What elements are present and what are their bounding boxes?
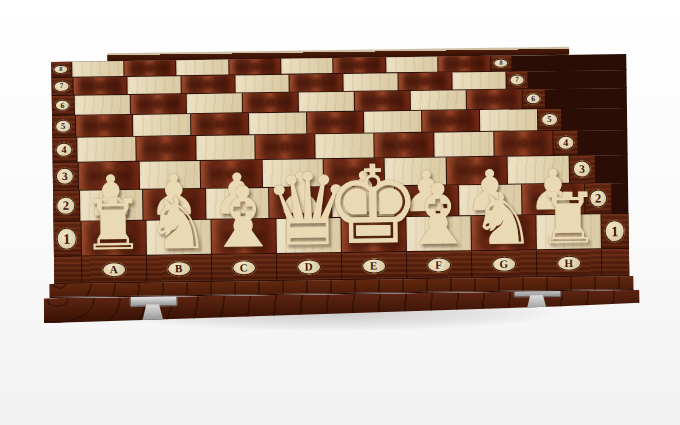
border-corner-right — [601, 249, 628, 275]
square-g1[interactable]: ♞ — [471, 215, 535, 250]
square-g8[interactable] — [386, 57, 438, 73]
square-b4[interactable] — [136, 136, 195, 161]
square-f7[interactable] — [344, 73, 397, 91]
square-h7[interactable] — [452, 72, 505, 90]
file-label-e: E — [341, 252, 405, 279]
rank-label-left-8: 8 — [51, 62, 71, 77]
chess-box: 8877665544332♟♟♟♟♟♟♟♟21♜♞♝♛♚♝♞♜1 ABCDEFG… — [20, 46, 660, 324]
rank-medallion: 8 — [494, 58, 509, 67]
square-h6[interactable] — [466, 89, 521, 109]
square-b7[interactable] — [127, 76, 180, 94]
file-medallion: H — [557, 255, 581, 270]
square-f5[interactable] — [364, 111, 421, 133]
rank-label-right-6: 6 — [522, 89, 544, 108]
file-label-a: A — [81, 256, 145, 283]
square-d6[interactable] — [242, 93, 297, 113]
square-e5[interactable] — [307, 112, 364, 134]
file-medallion: G — [492, 256, 516, 271]
rank-medallion: 1 — [605, 220, 625, 241]
rank-label-left-1: 1 — [53, 222, 80, 256]
file-label-g: G — [471, 250, 535, 277]
square-c5[interactable] — [191, 113, 248, 135]
file-label-f: F — [406, 251, 470, 278]
rank-label-left-5: 5 — [52, 116, 75, 137]
border-corner-left — [53, 257, 80, 283]
square-h5[interactable] — [480, 109, 537, 131]
rank-medallion: 5 — [541, 113, 558, 126]
square-c7[interactable] — [181, 75, 234, 93]
rank-medallion: 4 — [557, 135, 574, 150]
rank-medallion: 7 — [54, 81, 69, 92]
file-medallion: C — [232, 260, 256, 275]
square-c6[interactable] — [186, 93, 241, 113]
square-g5[interactable] — [422, 110, 479, 132]
square-d8[interactable] — [229, 59, 281, 75]
square-a1[interactable]: ♜ — [81, 221, 145, 256]
white-rook-a1[interactable]: ♜ — [81, 196, 145, 254]
square-e8[interactable] — [281, 58, 333, 74]
rank-label-right-8: 8 — [491, 56, 511, 71]
square-g6[interactable] — [410, 90, 465, 110]
rank-medallion: 4 — [55, 142, 72, 157]
square-g4[interactable] — [434, 132, 493, 157]
square-e7[interactable] — [290, 74, 343, 92]
rank-medallion: 3 — [56, 168, 74, 185]
rank-medallion: 6 — [525, 93, 541, 105]
rank-label-left-6: 6 — [51, 96, 73, 115]
rank-label-left-2: 2 — [53, 191, 79, 221]
rank-medallion: 7 — [509, 75, 524, 86]
square-c8[interactable] — [177, 60, 229, 76]
rank-medallion: 8 — [54, 65, 69, 74]
rank-label-right-5: 5 — [538, 109, 561, 130]
square-d7[interactable] — [236, 75, 289, 93]
rank-label-right-7: 7 — [506, 71, 527, 88]
square-g7[interactable] — [398, 72, 451, 90]
file-label-b: B — [146, 255, 210, 282]
square-a4[interactable] — [77, 137, 136, 162]
square-b5[interactable] — [133, 114, 190, 136]
file-label-c: C — [211, 254, 275, 281]
rank-label-right-1: 1 — [601, 214, 628, 248]
file-medallion: F — [427, 257, 451, 272]
square-h4[interactable] — [494, 131, 553, 156]
file-medallion: D — [297, 259, 321, 274]
square-b8[interactable] — [124, 60, 176, 76]
rank-label-right-4: 4 — [554, 131, 578, 155]
file-label-d: D — [276, 253, 340, 280]
square-f1[interactable]: ♝ — [406, 216, 470, 251]
file-medallion: E — [362, 258, 386, 273]
rank-medallion: 1 — [57, 228, 77, 249]
white-rook-h1[interactable]: ♜ — [536, 190, 600, 248]
rank-label-left-4: 4 — [52, 138, 76, 162]
white-knight-b1[interactable]: ♞ — [145, 194, 210, 254]
file-medallion: B — [167, 261, 191, 276]
square-h8[interactable] — [438, 56, 490, 72]
square-a7[interactable] — [73, 77, 126, 95]
square-b6[interactable] — [130, 94, 185, 114]
rank-medallion: 5 — [55, 120, 72, 133]
rank-medallion: 6 — [54, 99, 70, 111]
square-a8[interactable] — [72, 61, 124, 77]
square-h1[interactable]: ♜ — [536, 214, 600, 249]
rank-label-left-7: 7 — [51, 78, 72, 95]
white-knight-g1[interactable]: ♞ — [470, 189, 535, 249]
square-c4[interactable] — [196, 135, 255, 160]
square-a5[interactable] — [76, 115, 133, 137]
rank-label-left-3: 3 — [52, 163, 77, 190]
square-e1[interactable]: ♚ — [341, 217, 405, 252]
chess-board: 8877665544332♟♟♟♟♟♟♟♟21♜♞♝♛♚♝♞♜1 — [51, 54, 629, 257]
square-f8[interactable] — [334, 57, 386, 73]
square-d5[interactable] — [249, 112, 306, 134]
rank-medallion: 2 — [56, 196, 75, 215]
file-label-h: H — [536, 249, 600, 276]
square-b1[interactable]: ♞ — [146, 220, 210, 255]
square-e6[interactable] — [298, 92, 353, 112]
file-medallion: A — [102, 262, 126, 277]
square-a6[interactable] — [74, 95, 129, 115]
square-f6[interactable] — [354, 91, 409, 111]
white-bishop-f1[interactable]: ♝ — [400, 180, 476, 250]
